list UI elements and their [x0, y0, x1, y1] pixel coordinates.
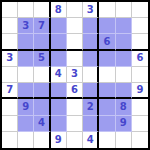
cell-r5c8[interactable] [116, 67, 132, 83]
cell-r4c3[interactable]: 5 [34, 51, 50, 67]
cell-r4c1[interactable]: 3 [2, 51, 18, 67]
cell-r6c9[interactable]: 9 [132, 83, 148, 99]
cell-r5c4[interactable]: 4 [51, 67, 67, 83]
cell-r9c5[interactable] [67, 132, 83, 148]
cell-r8c9[interactable] [132, 116, 148, 132]
cell-r1c7[interactable] [99, 2, 115, 18]
cell-r8c7[interactable] [99, 116, 115, 132]
cell-r9c1[interactable] [2, 132, 18, 148]
cell-r4c6[interactable] [83, 51, 99, 67]
cell-r1c8[interactable] [116, 2, 132, 18]
cell-r6c3[interactable] [34, 83, 50, 99]
cell-r3c8[interactable] [116, 34, 132, 50]
cell-r4c7[interactable] [99, 51, 115, 67]
cell-r7c7[interactable] [99, 99, 115, 115]
cell-r7c8[interactable]: 8 [116, 99, 132, 115]
cell-r2c4[interactable] [51, 18, 67, 34]
cell-r1c9[interactable] [132, 2, 148, 18]
cell-r2c5[interactable] [67, 18, 83, 34]
cell-r6c7[interactable] [99, 83, 115, 99]
cell-r2c6[interactable] [83, 18, 99, 34]
cell-r4c4[interactable] [51, 51, 67, 67]
cell-r7c3[interactable] [34, 99, 50, 115]
cell-r3c6[interactable] [83, 34, 99, 50]
cell-r7c6[interactable]: 2 [83, 99, 99, 115]
cell-r5c3[interactable] [34, 67, 50, 83]
cell-r8c4[interactable] [51, 116, 67, 132]
cell-r4c9[interactable]: 6 [132, 51, 148, 67]
cell-r9c7[interactable] [99, 132, 115, 148]
cell-r2c8[interactable] [116, 18, 132, 34]
cell-r8c5[interactable] [67, 116, 83, 132]
cell-r5c7[interactable] [99, 67, 115, 83]
cell-r7c1[interactable] [2, 99, 18, 115]
cell-r1c6[interactable]: 3 [83, 2, 99, 18]
cell-r7c2[interactable]: 9 [18, 99, 34, 115]
cell-r1c5[interactable] [67, 2, 83, 18]
sudoku-board: 83376356437699284994 [0, 0, 150, 150]
cell-r6c4[interactable] [51, 83, 67, 99]
cell-r5c6[interactable] [83, 67, 99, 83]
cell-r1c2[interactable] [18, 2, 34, 18]
cell-r9c2[interactable] [18, 132, 34, 148]
cell-r8c1[interactable] [2, 116, 18, 132]
cell-r5c2[interactable] [18, 67, 34, 83]
cell-r2c3[interactable]: 7 [34, 18, 50, 34]
cell-r8c8[interactable]: 9 [116, 116, 132, 132]
cell-r8c3[interactable]: 4 [34, 116, 50, 132]
cell-r9c6[interactable]: 4 [83, 132, 99, 148]
cell-r6c2[interactable] [18, 83, 34, 99]
cell-r4c8[interactable] [116, 51, 132, 67]
cell-r5c9[interactable] [132, 67, 148, 83]
cell-r8c2[interactable] [18, 116, 34, 132]
cell-r3c9[interactable] [132, 34, 148, 50]
cell-r7c4[interactable] [51, 99, 67, 115]
cell-r8c6[interactable] [83, 116, 99, 132]
cell-r3c7[interactable]: 6 [99, 34, 115, 50]
cell-r6c6[interactable] [83, 83, 99, 99]
cell-r3c1[interactable] [2, 34, 18, 50]
cell-r3c5[interactable] [67, 34, 83, 50]
cell-r7c9[interactable] [132, 99, 148, 115]
cell-r4c5[interactable] [67, 51, 83, 67]
cell-r5c1[interactable] [2, 67, 18, 83]
cell-r2c2[interactable]: 3 [18, 18, 34, 34]
cell-r6c8[interactable] [116, 83, 132, 99]
cell-r9c3[interactable] [34, 132, 50, 148]
cell-r1c3[interactable] [34, 2, 50, 18]
cell-r9c4[interactable]: 9 [51, 132, 67, 148]
cell-r3c3[interactable] [34, 34, 50, 50]
cell-r7c5[interactable] [67, 99, 83, 115]
cell-r3c2[interactable] [18, 34, 34, 50]
cell-r1c4[interactable]: 8 [51, 2, 67, 18]
cell-r6c5[interactable]: 6 [67, 83, 83, 99]
cell-r2c7[interactable] [99, 18, 115, 34]
cell-r2c9[interactable] [132, 18, 148, 34]
cell-r5c5[interactable]: 3 [67, 67, 83, 83]
cell-r9c8[interactable] [116, 132, 132, 148]
cell-r9c9[interactable] [132, 132, 148, 148]
cell-r2c1[interactable] [2, 18, 18, 34]
cell-r3c4[interactable] [51, 34, 67, 50]
cell-r1c1[interactable] [2, 2, 18, 18]
cell-r6c1[interactable]: 7 [2, 83, 18, 99]
cell-r4c2[interactable] [18, 51, 34, 67]
